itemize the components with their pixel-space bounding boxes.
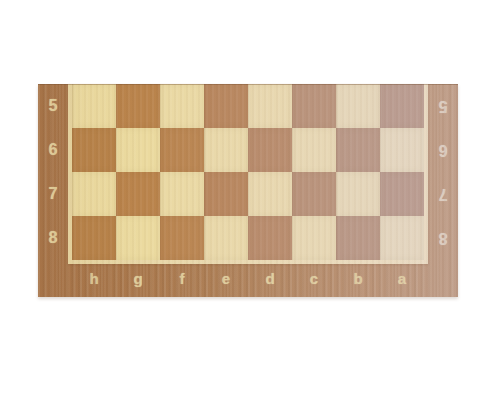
rank-labels-left: 5678 xyxy=(38,84,68,260)
square-b7 xyxy=(336,172,380,216)
file-label-b: b xyxy=(336,264,380,297)
file-label-c: c xyxy=(292,264,336,297)
file-label-e: e xyxy=(204,264,248,297)
square-d8 xyxy=(248,216,292,260)
rank-label-right-8: 8 xyxy=(428,216,458,260)
square-a6 xyxy=(380,128,424,172)
rank-label-left-8: 8 xyxy=(38,216,68,260)
square-b6 xyxy=(336,128,380,172)
square-c8 xyxy=(292,216,336,260)
square-e6 xyxy=(204,128,248,172)
square-f5 xyxy=(160,84,204,128)
file-labels: hgfedcba xyxy=(72,264,424,297)
fold-edge xyxy=(38,84,458,85)
square-h8 xyxy=(72,216,116,260)
product-photo: 5678 5678 hgfedcba xyxy=(0,0,500,400)
file-label-g: g xyxy=(116,264,160,297)
rank-labels-right: 5678 xyxy=(428,84,458,260)
squares xyxy=(72,84,424,260)
square-h6 xyxy=(72,128,116,172)
rank-label-left-5: 5 xyxy=(38,84,68,128)
square-g8 xyxy=(116,216,160,260)
square-f8 xyxy=(160,216,204,260)
square-e5 xyxy=(204,84,248,128)
square-a8 xyxy=(380,216,424,260)
square-d7 xyxy=(248,172,292,216)
rank-label-left-7: 7 xyxy=(38,172,68,216)
rank-label-right-6: 6 xyxy=(428,128,458,172)
square-g5 xyxy=(116,84,160,128)
rank-label-right-7: 7 xyxy=(428,172,458,216)
file-label-a: a xyxy=(380,264,424,297)
file-label-f: f xyxy=(160,264,204,297)
square-c6 xyxy=(292,128,336,172)
square-e7 xyxy=(204,172,248,216)
square-d5 xyxy=(248,84,292,128)
square-h7 xyxy=(72,172,116,216)
rank-label-left-6: 6 xyxy=(38,128,68,172)
rank-label-right-5: 5 xyxy=(428,84,458,128)
chessboard-half: 5678 5678 hgfedcba xyxy=(38,84,458,297)
file-label-d: d xyxy=(248,264,292,297)
square-f7 xyxy=(160,172,204,216)
square-d6 xyxy=(248,128,292,172)
square-a5 xyxy=(380,84,424,128)
square-e8 xyxy=(204,216,248,260)
square-b8 xyxy=(336,216,380,260)
square-g6 xyxy=(116,128,160,172)
square-g7 xyxy=(116,172,160,216)
file-label-h: h xyxy=(72,264,116,297)
square-c7 xyxy=(292,172,336,216)
square-c5 xyxy=(292,84,336,128)
square-h5 xyxy=(72,84,116,128)
square-b5 xyxy=(336,84,380,128)
square-a7 xyxy=(380,172,424,216)
square-f6 xyxy=(160,128,204,172)
